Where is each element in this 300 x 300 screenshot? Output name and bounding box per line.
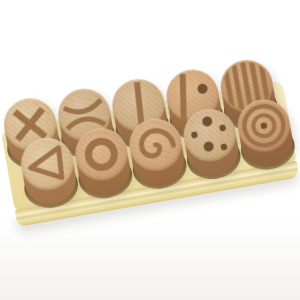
stamp-disc-spiral[interactable] [125, 115, 188, 191]
stamp-disc-five-dots[interactable] [180, 105, 243, 181]
photo-scene [0, 0, 300, 300]
stamp-disc-ring[interactable] [71, 124, 134, 200]
stamp-board [0, 58, 300, 238]
stamp-disc-concentric-circles[interactable] [234, 96, 297, 172]
stamp-disc-triangle[interactable] [17, 134, 80, 210]
